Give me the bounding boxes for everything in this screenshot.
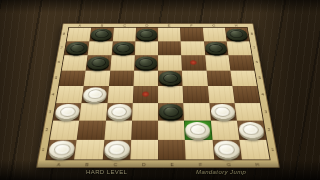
square-d6[interactable] <box>134 55 158 70</box>
square-e8 <box>158 28 181 41</box>
square-a3[interactable] <box>53 103 81 121</box>
file-label-A: A <box>44 161 73 168</box>
square-d1 <box>130 139 158 159</box>
square-b4[interactable] <box>82 86 109 103</box>
square-f5 <box>182 70 207 86</box>
square-g6 <box>205 55 230 70</box>
square-g4 <box>207 86 234 103</box>
square-e5[interactable] <box>158 70 183 86</box>
file-label-B: B <box>73 161 102 168</box>
black-piece-b6[interactable] <box>87 56 110 69</box>
file-label-D: D <box>130 161 159 168</box>
square-h3 <box>234 103 262 121</box>
square-b2[interactable] <box>77 121 106 140</box>
square-a4 <box>56 86 84 103</box>
white-piece-c3[interactable] <box>107 104 132 119</box>
square-d8[interactable] <box>135 28 158 41</box>
square-e2 <box>158 121 185 140</box>
square-d2[interactable] <box>131 121 158 140</box>
file-label-G: G <box>214 161 243 168</box>
white-piece-f2[interactable] <box>185 122 211 138</box>
square-g5[interactable] <box>206 70 232 86</box>
black-piece-e3[interactable] <box>159 104 183 119</box>
black-piece-d8[interactable] <box>136 29 157 41</box>
white-piece-c1[interactable] <box>103 141 129 158</box>
file-label-H: H <box>243 161 272 168</box>
square-a8 <box>67 28 92 41</box>
square-e6 <box>158 55 182 70</box>
difficulty-label: HARD LEVEL <box>86 169 127 175</box>
square-a6 <box>62 55 88 70</box>
square-h4[interactable] <box>232 86 260 103</box>
checkers-board: ABCDEFGH ABCDEFGH 87654321 87654321 <box>36 23 280 168</box>
file-label-E: E <box>158 161 187 168</box>
white-piece-b4[interactable] <box>83 87 108 101</box>
square-d4[interactable] <box>133 86 158 103</box>
square-h8[interactable] <box>225 28 250 41</box>
white-piece-h2[interactable] <box>238 122 265 138</box>
square-a5[interactable] <box>59 70 86 86</box>
square-c2 <box>104 121 132 140</box>
square-a7[interactable] <box>64 41 89 55</box>
square-f3 <box>183 103 210 121</box>
square-b3 <box>79 103 107 121</box>
square-f2[interactable] <box>184 121 212 140</box>
square-d3 <box>132 103 158 121</box>
square-h1 <box>239 139 269 159</box>
square-h7 <box>226 41 251 55</box>
white-piece-g3[interactable] <box>210 104 235 119</box>
file-label-F: F <box>186 161 215 168</box>
square-f6[interactable] <box>181 55 206 70</box>
jump-target-marker-d4[interactable] <box>141 92 149 97</box>
black-piece-c7[interactable] <box>112 42 134 54</box>
white-piece-a1[interactable] <box>48 141 76 158</box>
black-piece-d6[interactable] <box>135 56 157 69</box>
square-a1[interactable] <box>46 139 76 159</box>
rule-label: Mandatory Jump <box>196 169 246 175</box>
square-c4 <box>107 86 133 103</box>
square-h2[interactable] <box>237 121 266 140</box>
square-b7 <box>88 41 113 55</box>
board-grid <box>45 27 270 160</box>
square-c7[interactable] <box>111 41 135 55</box>
square-f8[interactable] <box>180 28 203 41</box>
square-e3[interactable] <box>158 103 184 121</box>
square-h6[interactable] <box>228 55 254 70</box>
square-g2 <box>210 121 239 140</box>
square-b1 <box>74 139 104 159</box>
square-d7 <box>135 41 158 55</box>
black-piece-h8[interactable] <box>226 29 248 41</box>
square-c6 <box>110 55 135 70</box>
black-piece-e5[interactable] <box>159 71 182 85</box>
square-g8 <box>202 28 226 41</box>
square-a2 <box>50 121 79 140</box>
jump-target-marker-f6[interactable] <box>190 60 198 65</box>
square-g3[interactable] <box>209 103 237 121</box>
square-c5[interactable] <box>109 70 134 86</box>
square-h5 <box>230 70 257 86</box>
square-b5 <box>84 70 110 86</box>
square-g1[interactable] <box>212 139 242 159</box>
black-piece-b8[interactable] <box>91 29 113 41</box>
square-c3[interactable] <box>106 103 133 121</box>
black-piece-g7[interactable] <box>205 42 228 54</box>
file-labels-bottom: ABCDEFGH <box>44 161 272 168</box>
square-f1 <box>185 139 214 159</box>
square-e1[interactable] <box>158 139 186 159</box>
square-g7[interactable] <box>204 41 229 55</box>
square-f7 <box>181 41 205 55</box>
square-b6[interactable] <box>86 55 111 70</box>
square-d5 <box>133 70 158 86</box>
white-piece-a3[interactable] <box>54 104 80 119</box>
square-e7[interactable] <box>158 41 181 55</box>
square-e4 <box>158 86 183 103</box>
white-piece-g1[interactable] <box>213 141 240 158</box>
file-label-C: C <box>101 161 130 168</box>
black-piece-a7[interactable] <box>65 42 88 54</box>
square-b8[interactable] <box>90 28 114 41</box>
square-f4[interactable] <box>183 86 209 103</box>
square-c8 <box>112 28 135 41</box>
square-c1[interactable] <box>102 139 131 159</box>
